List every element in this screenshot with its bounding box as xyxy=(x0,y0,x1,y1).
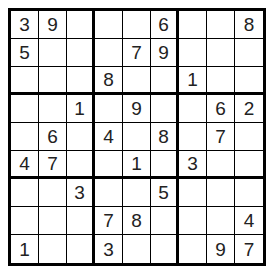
cell-r4c4[interactable] xyxy=(95,95,123,123)
cell-r7c3[interactable]: 3 xyxy=(67,179,95,207)
cell-r1c3[interactable] xyxy=(67,11,95,39)
cell-r2c9[interactable] xyxy=(235,39,263,67)
cell-r3c2[interactable] xyxy=(39,67,67,95)
cell-r3c9[interactable] xyxy=(235,67,263,95)
cell-r7c9[interactable] xyxy=(235,179,263,207)
cell-r8c3[interactable] xyxy=(67,207,95,235)
cell-r9c9[interactable]: 7 xyxy=(235,235,263,263)
cell-r5c8[interactable]: 7 xyxy=(207,123,235,151)
cell-r7c1[interactable] xyxy=(11,179,39,207)
cell-r5c5[interactable] xyxy=(123,123,151,151)
cell-r9c6[interactable] xyxy=(151,235,179,263)
cell-r6c9[interactable] xyxy=(235,151,263,179)
cell-r8c5[interactable]: 8 xyxy=(123,207,151,235)
cell-r5c9[interactable] xyxy=(235,123,263,151)
cell-r8c2[interactable] xyxy=(39,207,67,235)
cell-r1c7[interactable] xyxy=(179,11,207,39)
cell-r4c1[interactable] xyxy=(11,95,39,123)
cell-r1c2[interactable]: 9 xyxy=(39,11,67,39)
cell-r7c4[interactable] xyxy=(95,179,123,207)
cell-r2c8[interactable] xyxy=(207,39,235,67)
cell-r2c3[interactable] xyxy=(67,39,95,67)
cell-r1c6[interactable]: 6 xyxy=(151,11,179,39)
cell-r7c7[interactable] xyxy=(179,179,207,207)
cell-r2c7[interactable] xyxy=(179,39,207,67)
cell-r5c1[interactable] xyxy=(11,123,39,151)
cell-r2c1[interactable]: 5 xyxy=(11,39,39,67)
cell-r2c5[interactable]: 7 xyxy=(123,39,151,67)
cell-r4c7[interactable] xyxy=(179,95,207,123)
cell-r1c8[interactable] xyxy=(207,11,235,39)
cell-r1c4[interactable] xyxy=(95,11,123,39)
cell-r4c9[interactable]: 2 xyxy=(235,95,263,123)
cell-r9c2[interactable] xyxy=(39,235,67,263)
cell-r3c7[interactable]: 1 xyxy=(179,67,207,95)
cell-r1c9[interactable]: 8 xyxy=(235,11,263,39)
cell-r6c7[interactable]: 3 xyxy=(179,151,207,179)
cell-r8c6[interactable] xyxy=(151,207,179,235)
cell-r4c3[interactable]: 1 xyxy=(67,95,95,123)
cell-r5c2[interactable]: 6 xyxy=(39,123,67,151)
cell-r6c4[interactable] xyxy=(95,151,123,179)
cell-r9c3[interactable] xyxy=(67,235,95,263)
cell-r8c9[interactable]: 4 xyxy=(235,207,263,235)
cell-r8c1[interactable] xyxy=(11,207,39,235)
cell-r3c6[interactable] xyxy=(151,67,179,95)
cell-r4c6[interactable] xyxy=(151,95,179,123)
cell-r6c2[interactable]: 7 xyxy=(39,151,67,179)
cell-r7c6[interactable]: 5 xyxy=(151,179,179,207)
cell-r5c7[interactable] xyxy=(179,123,207,151)
cell-r5c6[interactable]: 8 xyxy=(151,123,179,151)
cell-r6c3[interactable] xyxy=(67,151,95,179)
cell-r7c2[interactable] xyxy=(39,179,67,207)
cell-r7c8[interactable] xyxy=(207,179,235,207)
cell-r2c4[interactable] xyxy=(95,39,123,67)
sudoku-board: 396857981196264874713357841397 xyxy=(8,8,266,266)
cell-r6c6[interactable] xyxy=(151,151,179,179)
cell-r5c3[interactable] xyxy=(67,123,95,151)
cell-r5c4[interactable]: 4 xyxy=(95,123,123,151)
cell-r9c4[interactable]: 3 xyxy=(95,235,123,263)
cell-r3c4[interactable]: 8 xyxy=(95,67,123,95)
cell-r8c4[interactable]: 7 xyxy=(95,207,123,235)
cell-r8c7[interactable] xyxy=(179,207,207,235)
cell-r3c3[interactable] xyxy=(67,67,95,95)
cell-r6c1[interactable]: 4 xyxy=(11,151,39,179)
cell-r7c5[interactable] xyxy=(123,179,151,207)
cell-r4c5[interactable]: 9 xyxy=(123,95,151,123)
cell-r9c7[interactable] xyxy=(179,235,207,263)
cell-r2c2[interactable] xyxy=(39,39,67,67)
cell-r9c1[interactable]: 1 xyxy=(11,235,39,263)
cell-r6c5[interactable]: 1 xyxy=(123,151,151,179)
cell-r3c5[interactable] xyxy=(123,67,151,95)
cell-r1c5[interactable] xyxy=(123,11,151,39)
cell-r6c8[interactable] xyxy=(207,151,235,179)
cell-r4c2[interactable] xyxy=(39,95,67,123)
cell-r9c8[interactable]: 9 xyxy=(207,235,235,263)
cell-r4c8[interactable]: 6 xyxy=(207,95,235,123)
cell-r2c6[interactable]: 9 xyxy=(151,39,179,67)
cell-r1c1[interactable]: 3 xyxy=(11,11,39,39)
cell-r3c1[interactable] xyxy=(11,67,39,95)
cell-r3c8[interactable] xyxy=(207,67,235,95)
cell-r9c5[interactable] xyxy=(123,235,151,263)
cell-r8c8[interactable] xyxy=(207,207,235,235)
